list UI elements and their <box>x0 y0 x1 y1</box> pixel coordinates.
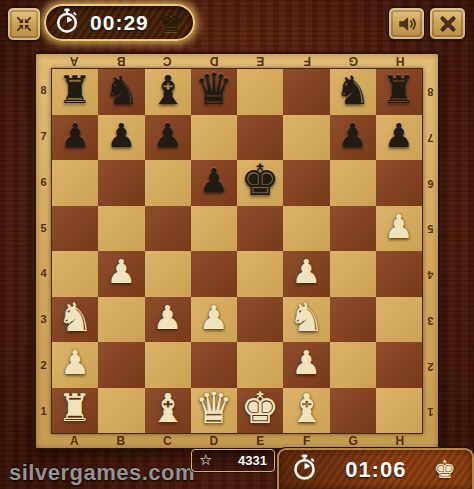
coord-label-f: F <box>284 54 331 68</box>
white-pawn-a2[interactable]: ♟ <box>52 340 98 386</box>
black-pawn-g7[interactable]: ♟ <box>330 113 376 159</box>
coord-label-g: G <box>330 54 377 68</box>
site-watermark: silvergames.com <box>9 460 195 486</box>
coord-label-1: 1 <box>423 388 438 434</box>
coord-label-4: 4 <box>36 251 51 297</box>
black-king-e6[interactable]: ♚ <box>237 158 283 204</box>
coord-label-e: E <box>237 54 284 68</box>
white-pawn-b4[interactable]: ♟ <box>98 249 144 295</box>
white-timer-value: 01:06 <box>345 457 406 483</box>
coord-label-3: 3 <box>423 297 438 343</box>
black-pawn-c7[interactable]: ♟ <box>145 113 191 159</box>
sound-button[interactable] <box>388 7 425 40</box>
coord-label-a: A <box>51 54 98 68</box>
black-knight-b8[interactable]: ♞ <box>98 67 144 113</box>
coord-label-5: 5 <box>423 205 438 251</box>
fullscreen-icon <box>13 13 35 35</box>
speaker-icon <box>396 14 418 34</box>
white-queen-d1[interactable]: ♛ <box>191 386 237 432</box>
score-value: 4331 <box>238 453 267 468</box>
chess-board: 87654321 87654321 ABCDEFGH ABCDEFGH ♜♞♝♛… <box>34 52 440 450</box>
white-pawn-d3[interactable]: ♟ <box>191 295 237 341</box>
fullscreen-button[interactable] <box>7 7 41 41</box>
coord-label-8: 8 <box>423 68 438 114</box>
coord-label-4: 4 <box>423 251 438 297</box>
white-pawn-h5[interactable]: ♟ <box>376 204 422 250</box>
white-king-e1[interactable]: ♚ <box>237 386 283 432</box>
rank-labels-left: 87654321 <box>36 68 51 434</box>
coord-label-6: 6 <box>36 160 51 206</box>
coord-label-1: 1 <box>36 388 51 434</box>
coord-label-5: 5 <box>36 205 51 251</box>
white-bishop-f1[interactable]: ♝ <box>283 386 329 432</box>
coord-label-a: A <box>51 434 98 448</box>
black-king-icon: ♚ <box>159 9 183 36</box>
game-window: 00:29 ♚ 87654321 87654321 ABCDEFGH ABCDE… <box>0 0 474 489</box>
white-pawn-f4[interactable]: ♟ <box>283 249 329 295</box>
black-bishop-c8[interactable]: ♝ <box>145 67 191 113</box>
white-rook-a1[interactable]: ♜ <box>52 386 98 432</box>
coord-label-e: E <box>237 434 284 448</box>
coord-label-c: C <box>144 54 191 68</box>
white-king-icon: ♚ <box>434 457 456 482</box>
black-rook-h8[interactable]: ♜ <box>376 67 422 113</box>
black-pawn-h7[interactable]: ♟ <box>376 113 422 159</box>
coord-label-h: H <box>377 434 424 448</box>
black-knight-g8[interactable]: ♞ <box>330 67 376 113</box>
coord-label-3: 3 <box>36 297 51 343</box>
white-knight-a3[interactable]: ♞ <box>52 295 98 341</box>
black-timer-value: 00:29 <box>90 11 149 35</box>
rank-labels-right: 87654321 <box>423 68 438 434</box>
stopwatch-icon <box>291 454 318 485</box>
coord-label-8: 8 <box>36 68 51 114</box>
black-pawn-a7[interactable]: ♟ <box>52 113 98 159</box>
coord-label-f: F <box>284 434 331 448</box>
coord-label-2: 2 <box>423 343 438 389</box>
score-badge[interactable]: ☆ 4331 <box>191 449 275 472</box>
pieces-layer: ♜♞♝♛♞♜♟♟♟♟♟♟♚♟♟♟♞♟♟♞♟♟♜♝♛♚♝ <box>52 69 422 433</box>
black-rook-a8[interactable]: ♜ <box>52 67 98 113</box>
white-timer-panel: 01:06 ♚ <box>277 448 474 489</box>
board-play-area: ♜♞♝♛♞♜♟♟♟♟♟♟♚♟♟♟♞♟♟♞♟♟♜♝♛♚♝ <box>51 68 423 434</box>
coord-label-b: B <box>98 54 145 68</box>
coord-label-g: G <box>330 434 377 448</box>
stopwatch-icon <box>54 8 80 38</box>
white-pawn-c3[interactable]: ♟ <box>145 295 191 341</box>
coord-label-6: 6 <box>423 160 438 206</box>
coord-label-b: B <box>98 434 145 448</box>
star-icon: ☆ <box>199 453 212 468</box>
file-labels-top: ABCDEFGH <box>51 54 423 68</box>
coord-label-7: 7 <box>423 114 438 160</box>
black-pawn-d6[interactable]: ♟ <box>191 158 237 204</box>
black-pawn-b7[interactable]: ♟ <box>98 113 144 159</box>
coord-label-d: D <box>191 434 238 448</box>
coord-label-c: C <box>144 434 191 448</box>
coord-label-7: 7 <box>36 114 51 160</box>
file-labels-bottom: ABCDEFGH <box>51 434 423 448</box>
black-queen-d8[interactable]: ♛ <box>191 67 237 113</box>
black-timer-panel: 00:29 ♚ <box>44 4 195 41</box>
close-icon <box>438 14 458 34</box>
coord-label-2: 2 <box>36 343 51 389</box>
close-button[interactable] <box>429 7 466 40</box>
white-bishop-c1[interactable]: ♝ <box>145 386 191 432</box>
white-pawn-f2[interactable]: ♟ <box>283 340 329 386</box>
white-knight-f3[interactable]: ♞ <box>283 295 329 341</box>
coord-label-h: H <box>377 54 424 68</box>
